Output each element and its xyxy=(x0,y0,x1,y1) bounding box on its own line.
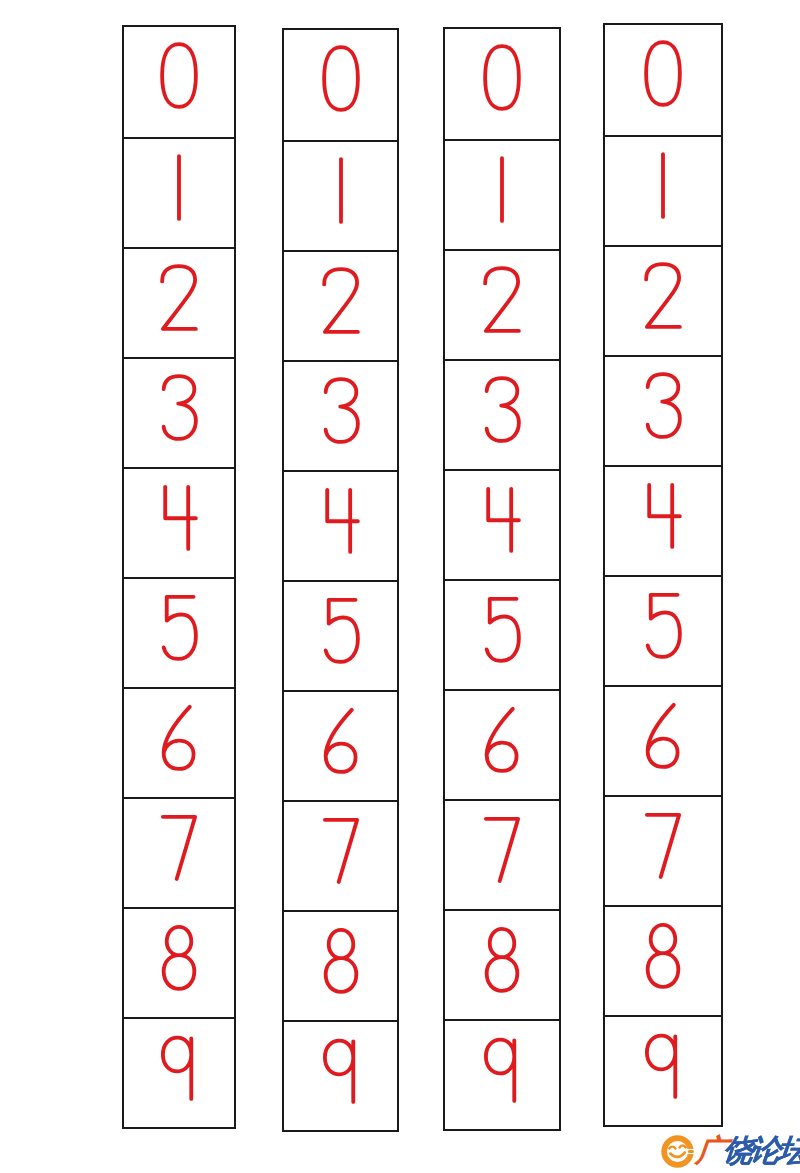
digit-card-3-col2 xyxy=(284,360,397,470)
digit-glyph-3 xyxy=(479,375,525,444)
digit-glyph-2 xyxy=(156,263,202,332)
digit-glyph-2 xyxy=(318,266,364,335)
digit-glyph-3 xyxy=(640,371,686,440)
digit-glyph-3 xyxy=(156,373,202,442)
digit-card-0-col3 xyxy=(445,29,559,139)
digit-glyph-5 xyxy=(318,596,364,665)
digit-card-5-col1 xyxy=(124,577,234,687)
digit-card-1-col2 xyxy=(284,140,397,250)
digit-card-8-col3 xyxy=(445,909,559,1019)
digit-glyph-7 xyxy=(479,815,525,884)
flashcard-sheet: 广饶论坛 xyxy=(0,0,800,1173)
digit-card-7-col4 xyxy=(605,795,721,905)
digit-card-3-col1 xyxy=(124,357,234,467)
digit-card-5-col4 xyxy=(605,575,721,685)
digit-glyph-4 xyxy=(640,481,686,550)
digit-card-9-col4 xyxy=(605,1015,721,1125)
card-strip-1 xyxy=(122,25,236,1129)
digit-card-6-col3 xyxy=(445,689,559,799)
digit-card-8-col4 xyxy=(605,905,721,1015)
digit-glyph-5 xyxy=(640,591,686,660)
digit-glyph-6 xyxy=(318,706,364,775)
card-strip-3 xyxy=(443,27,561,1131)
digit-card-1-col1 xyxy=(124,137,234,247)
digit-glyph-9 xyxy=(640,1031,686,1100)
digit-card-2-col1 xyxy=(124,247,234,357)
watermark-text-prefix: 广 xyxy=(694,1132,725,1168)
watermark-text: 广饶论坛 xyxy=(694,1135,800,1166)
digit-glyph-9 xyxy=(156,1033,202,1102)
digit-glyph-9 xyxy=(318,1036,364,1105)
digit-card-9-col1 xyxy=(124,1017,234,1127)
digit-glyph-5 xyxy=(479,595,525,664)
digit-card-2-col4 xyxy=(605,245,721,355)
digit-glyph-2 xyxy=(479,265,525,334)
digit-glyph-2 xyxy=(640,261,686,330)
digit-glyph-1 xyxy=(479,155,525,224)
digit-card-4-col1 xyxy=(124,467,234,577)
digit-glyph-0 xyxy=(640,39,686,108)
digit-card-4-col3 xyxy=(445,469,559,579)
digit-glyph-8 xyxy=(318,926,364,995)
digit-card-7-col2 xyxy=(284,800,397,910)
digit-card-9-col2 xyxy=(284,1020,397,1130)
digit-glyph-0 xyxy=(479,43,525,112)
digit-glyph-9 xyxy=(479,1035,525,1104)
digit-card-3-col4 xyxy=(605,355,721,465)
digit-card-0-col4 xyxy=(605,25,721,135)
digit-card-5-col2 xyxy=(284,580,397,690)
digit-glyph-1 xyxy=(640,151,686,220)
smiley-g-logo-icon xyxy=(660,1134,695,1169)
digit-card-7-col1 xyxy=(124,797,234,907)
card-strip-4 xyxy=(603,23,723,1127)
digit-glyph-3 xyxy=(318,376,364,445)
digit-glyph-7 xyxy=(156,813,202,882)
digit-card-2-col3 xyxy=(445,249,559,359)
card-strip-2 xyxy=(282,28,399,1132)
digit-glyph-6 xyxy=(156,703,202,772)
digit-card-6-col1 xyxy=(124,687,234,797)
digit-card-8-col2 xyxy=(284,910,397,1020)
digit-card-1-col4 xyxy=(605,135,721,245)
digit-card-4-col4 xyxy=(605,465,721,575)
digit-card-0-col1 xyxy=(124,27,234,137)
digit-glyph-0 xyxy=(156,41,202,110)
digit-glyph-6 xyxy=(640,701,686,770)
digit-glyph-7 xyxy=(640,811,686,880)
digit-glyph-6 xyxy=(479,705,525,774)
digit-card-8-col1 xyxy=(124,907,234,1017)
digit-glyph-4 xyxy=(318,486,364,555)
digit-glyph-8 xyxy=(640,921,686,990)
digit-card-2-col2 xyxy=(284,250,397,360)
watermark-text-suffix: 饶论坛 xyxy=(721,1132,800,1168)
digit-card-6-col2 xyxy=(284,690,397,800)
digit-card-6-col4 xyxy=(605,685,721,795)
digit-glyph-4 xyxy=(479,485,525,554)
digit-glyph-5 xyxy=(156,593,202,662)
digit-card-9-col3 xyxy=(445,1019,559,1129)
digit-glyph-1 xyxy=(156,153,202,222)
digit-card-3-col3 xyxy=(445,359,559,469)
digit-glyph-0 xyxy=(318,44,364,113)
digit-card-5-col3 xyxy=(445,579,559,689)
digit-glyph-4 xyxy=(156,483,202,552)
digit-glyph-8 xyxy=(156,923,202,992)
digit-glyph-8 xyxy=(479,925,525,994)
digit-card-4-col2 xyxy=(284,470,397,580)
digit-card-7-col3 xyxy=(445,799,559,909)
digit-glyph-1 xyxy=(318,156,364,225)
digit-glyph-7 xyxy=(318,816,364,885)
watermark: 广饶论坛 xyxy=(660,1122,800,1172)
digit-card-1-col3 xyxy=(445,139,559,249)
digit-card-0-col2 xyxy=(284,30,397,140)
